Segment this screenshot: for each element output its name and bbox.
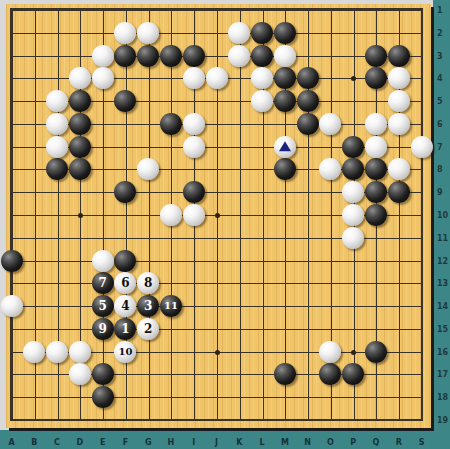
row-label-7: 7: [437, 142, 443, 151]
triangle-marker: [279, 141, 291, 151]
stone-white-G2[interactable]: [137, 22, 159, 44]
stone-white-Q7[interactable]: [365, 136, 387, 158]
stone-black-Q3[interactable]: [365, 45, 387, 67]
move-number-label: 4: [121, 300, 129, 312]
stone-black-D7[interactable]: [69, 136, 91, 158]
row-label-1: 1: [437, 6, 443, 15]
stone-black-D5[interactable]: [69, 90, 91, 112]
stone-white-P11[interactable]: [342, 227, 364, 249]
stone-white-D4[interactable]: [69, 67, 91, 89]
col-label-D: D: [77, 438, 84, 447]
move-number-label: 10: [118, 347, 132, 357]
col-label-I: I: [192, 438, 195, 447]
col-label-R: R: [396, 438, 402, 447]
col-label-J: J: [215, 438, 218, 447]
move-number-label: 8: [144, 277, 152, 289]
stone-white-R5[interactable]: [388, 90, 410, 112]
stone-black-R9[interactable]: [388, 181, 410, 203]
stone-white-I10[interactable]: [183, 204, 205, 226]
move-number-label: 11: [164, 301, 178, 311]
stone-white-M7[interactable]: [274, 136, 296, 158]
stone-black-N6[interactable]: [297, 113, 319, 135]
stone-white-I7[interactable]: [183, 136, 205, 158]
go-app-window: 7531191684210 ABCDEFGHIJKLMNOPQRS 123456…: [0, 0, 450, 449]
row-label-15: 15: [437, 324, 448, 333]
row-label-4: 4: [437, 74, 443, 83]
stone-black-N4[interactable]: [297, 67, 319, 89]
stone-black-E13[interactable]: 7: [92, 272, 114, 294]
stone-black-H14[interactable]: 11: [160, 295, 182, 317]
move-number-label: 9: [98, 323, 106, 335]
col-label-G: G: [145, 438, 152, 447]
col-label-Q: Q: [373, 438, 380, 447]
stone-black-I9[interactable]: [183, 181, 205, 203]
col-label-M: M: [281, 438, 289, 447]
stone-white-E12[interactable]: [92, 250, 114, 272]
stone-white-B16[interactable]: [23, 341, 45, 363]
row-label-17: 17: [437, 370, 448, 379]
col-label-A: A: [8, 438, 14, 447]
col-label-K: K: [236, 438, 242, 447]
stone-black-R3[interactable]: [388, 45, 410, 67]
move-number-label: 5: [98, 300, 106, 312]
move-number-label: 1: [121, 323, 129, 335]
move-number-label: 3: [144, 300, 152, 312]
row-label-11: 11: [437, 233, 448, 242]
row-label-18: 18: [437, 393, 448, 402]
star-point-P16: [351, 350, 356, 355]
star-point-J10: [215, 213, 220, 218]
col-label-L: L: [260, 438, 265, 447]
stone-black-L3[interactable]: [251, 45, 273, 67]
col-label-H: H: [168, 438, 175, 447]
row-label-2: 2: [437, 28, 443, 37]
stone-black-H3[interactable]: [160, 45, 182, 67]
stone-white-C6[interactable]: [46, 113, 68, 135]
stone-white-E4[interactable]: [92, 67, 114, 89]
row-label-8: 8: [437, 165, 443, 174]
stone-white-R4[interactable]: [388, 67, 410, 89]
stone-black-E18[interactable]: [92, 386, 114, 408]
col-label-F: F: [123, 438, 128, 447]
stone-black-Q10[interactable]: [365, 204, 387, 226]
move-number-label: 6: [121, 277, 129, 289]
stone-black-M5[interactable]: [274, 90, 296, 112]
stone-black-G3[interactable]: [137, 45, 159, 67]
row-label-19: 19: [437, 416, 448, 425]
row-label-5: 5: [437, 97, 443, 106]
row-label-16: 16: [437, 347, 448, 356]
stone-white-E3[interactable]: [92, 45, 114, 67]
stone-white-G15[interactable]: 2: [137, 318, 159, 340]
stone-white-H10[interactable]: [160, 204, 182, 226]
star-point-J16: [215, 350, 220, 355]
stone-black-P7[interactable]: [342, 136, 364, 158]
col-label-E: E: [100, 438, 105, 447]
stone-white-A14[interactable]: [1, 295, 23, 317]
col-label-C: C: [54, 438, 60, 447]
col-label-B: B: [31, 438, 37, 447]
stone-black-I3[interactable]: [183, 45, 205, 67]
row-label-9: 9: [437, 188, 443, 197]
stone-black-D6[interactable]: [69, 113, 91, 135]
stone-black-H6[interactable]: [160, 113, 182, 135]
col-label-N: N: [304, 438, 311, 447]
stone-white-C7[interactable]: [46, 136, 68, 158]
row-label-13: 13: [437, 279, 448, 288]
row-label-12: 12: [437, 256, 448, 265]
star-point-D10: [78, 213, 83, 218]
stone-black-E17[interactable]: [92, 363, 114, 385]
stone-white-C5[interactable]: [46, 90, 68, 112]
stone-white-D16[interactable]: [69, 341, 91, 363]
row-label-3: 3: [437, 51, 443, 60]
stone-black-E15[interactable]: 9: [92, 318, 114, 340]
row-label-14: 14: [437, 302, 448, 311]
stone-white-O16[interactable]: [319, 341, 341, 363]
stone-black-L2[interactable]: [251, 22, 273, 44]
move-number-label: 2: [144, 323, 152, 335]
row-label-10: 10: [437, 211, 448, 220]
stone-black-A12[interactable]: [1, 250, 23, 272]
stone-black-M2[interactable]: [274, 22, 296, 44]
move-number-label: 7: [98, 277, 106, 289]
col-label-O: O: [327, 438, 334, 447]
stone-black-F3[interactable]: [114, 45, 136, 67]
stone-white-S7[interactable]: [411, 136, 433, 158]
col-label-P: P: [350, 438, 356, 447]
row-label-6: 6: [437, 119, 443, 128]
stone-black-Q16[interactable]: [365, 341, 387, 363]
stone-white-C16[interactable]: [46, 341, 68, 363]
stone-white-R6[interactable]: [388, 113, 410, 135]
col-label-S: S: [419, 438, 425, 447]
stone-white-I4[interactable]: [183, 67, 205, 89]
stone-white-I6[interactable]: [183, 113, 205, 135]
stone-white-F16[interactable]: 10: [114, 341, 136, 363]
stone-black-N5[interactable]: [297, 90, 319, 112]
stone-black-F12[interactable]: [114, 250, 136, 272]
stone-white-M3[interactable]: [274, 45, 296, 67]
stone-black-E14[interactable]: 5: [92, 295, 114, 317]
stone-white-K3[interactable]: [228, 45, 250, 67]
stone-white-J4[interactable]: [206, 67, 228, 89]
stone-white-Q6[interactable]: [365, 113, 387, 135]
stone-white-F2[interactable]: [114, 22, 136, 44]
stone-white-K2[interactable]: [228, 22, 250, 44]
go-board[interactable]: 7531191684210: [6, 4, 431, 428]
